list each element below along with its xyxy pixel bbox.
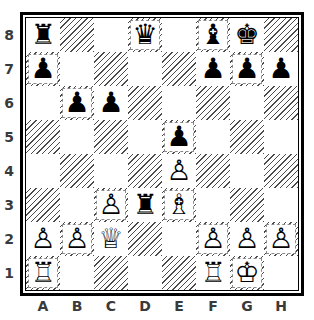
file-labels: ABCDEFGH (26, 298, 298, 314)
square-e8[interactable] (162, 18, 196, 52)
piece-white-queen: ♕ (98, 222, 123, 256)
piece-black-pawn: ♟ (234, 52, 259, 86)
rank-label: 2 (0, 222, 18, 256)
square-e6[interactable] (162, 86, 196, 120)
rank-label: 5 (0, 120, 18, 154)
rank-label: 8 (0, 18, 18, 52)
rank-label: 3 (0, 188, 18, 222)
square-c4[interactable] (94, 154, 128, 188)
square-b6[interactable]: ♟ (60, 86, 94, 120)
square-d7[interactable] (128, 52, 162, 86)
piece-black-king: ♚ (234, 18, 259, 52)
board-frame: ♜♛♝♚♟♟♟♟♟♟♟♙♙♜♗♙♙♕♙♙♙♖♖♔ (20, 12, 304, 296)
square-d3[interactable]: ♜ (128, 188, 162, 222)
piece-white-pawn: ♙ (234, 222, 259, 256)
piece-black-pawn: ♟ (166, 120, 191, 154)
square-d8[interactable]: ♛ (128, 18, 162, 52)
piece-black-pawn: ♟ (200, 52, 225, 86)
square-f6[interactable] (196, 86, 230, 120)
square-b1[interactable] (60, 256, 94, 290)
square-d1[interactable] (128, 256, 162, 290)
square-h8[interactable] (264, 18, 298, 52)
piece-white-rook: ♖ (200, 256, 225, 290)
piece-white-pawn: ♙ (98, 188, 123, 222)
square-b8[interactable] (60, 18, 94, 52)
piece-black-pawn: ♟ (98, 86, 123, 120)
square-h5[interactable] (264, 120, 298, 154)
square-b4[interactable] (60, 154, 94, 188)
square-c6[interactable]: ♟ (94, 86, 128, 120)
file-label: F (196, 298, 230, 314)
square-c3[interactable]: ♙ (94, 188, 128, 222)
piece-black-queen: ♛ (132, 18, 157, 52)
piece-white-pawn: ♙ (30, 222, 55, 256)
square-c8[interactable] (94, 18, 128, 52)
square-d6[interactable] (128, 86, 162, 120)
file-label: B (60, 298, 94, 314)
piece-black-rook: ♜ (30, 18, 55, 52)
square-a6[interactable] (26, 86, 60, 120)
square-c7[interactable] (94, 52, 128, 86)
square-b2[interactable]: ♙ (60, 222, 94, 256)
square-e5[interactable]: ♟ (162, 120, 196, 154)
file-label: A (26, 298, 60, 314)
square-f1[interactable]: ♖ (196, 256, 230, 290)
square-g6[interactable] (230, 86, 264, 120)
square-f2[interactable]: ♙ (196, 222, 230, 256)
square-c2[interactable]: ♕ (94, 222, 128, 256)
square-f4[interactable] (196, 154, 230, 188)
square-h2[interactable]: ♙ (264, 222, 298, 256)
square-d5[interactable] (128, 120, 162, 154)
piece-white-king: ♔ (234, 256, 259, 290)
square-c5[interactable] (94, 120, 128, 154)
square-d4[interactable] (128, 154, 162, 188)
piece-black-pawn: ♟ (30, 52, 55, 86)
file-label: G (230, 298, 264, 314)
piece-black-pawn: ♟ (64, 86, 89, 120)
square-f8[interactable]: ♝ (196, 18, 230, 52)
square-e2[interactable] (162, 222, 196, 256)
square-g8[interactable]: ♚ (230, 18, 264, 52)
square-a1[interactable]: ♖ (26, 256, 60, 290)
rank-label: 6 (0, 86, 18, 120)
square-g2[interactable]: ♙ (230, 222, 264, 256)
square-e7[interactable] (162, 52, 196, 86)
piece-white-pawn: ♙ (64, 222, 89, 256)
square-g7[interactable]: ♟ (230, 52, 264, 86)
square-b3[interactable] (60, 188, 94, 222)
square-e3[interactable]: ♗ (162, 188, 196, 222)
square-e1[interactable] (162, 256, 196, 290)
square-f5[interactable] (196, 120, 230, 154)
square-a2[interactable]: ♙ (26, 222, 60, 256)
chess-diagram: 87654321 ♜♛♝♚♟♟♟♟♟♟♟♙♙♜♗♙♙♕♙♙♙♖♖♔ ABCDEF… (0, 0, 314, 320)
square-h3[interactable] (264, 188, 298, 222)
square-b7[interactable] (60, 52, 94, 86)
square-d2[interactable] (128, 222, 162, 256)
square-f7[interactable]: ♟ (196, 52, 230, 86)
square-a3[interactable] (26, 188, 60, 222)
square-g1[interactable]: ♔ (230, 256, 264, 290)
square-g3[interactable] (230, 188, 264, 222)
piece-black-bishop: ♝ (200, 18, 225, 52)
rank-label: 4 (0, 154, 18, 188)
file-label: E (162, 298, 196, 314)
piece-black-rook: ♜ (132, 188, 157, 222)
file-label: H (264, 298, 298, 314)
piece-white-pawn: ♙ (200, 222, 225, 256)
piece-white-bishop: ♗ (166, 188, 191, 222)
file-label: D (128, 298, 162, 314)
rank-label: 1 (0, 256, 18, 290)
rank-labels: 87654321 (0, 18, 18, 290)
square-a7[interactable]: ♟ (26, 52, 60, 86)
chess-board: ♜♛♝♚♟♟♟♟♟♟♟♙♙♜♗♙♙♕♙♙♙♖♖♔ (25, 17, 299, 291)
piece-white-pawn: ♙ (268, 222, 293, 256)
piece-black-pawn: ♟ (268, 52, 293, 86)
square-g5[interactable] (230, 120, 264, 154)
rank-label: 7 (0, 52, 18, 86)
square-b5[interactable] (60, 120, 94, 154)
piece-white-rook: ♖ (30, 256, 55, 290)
square-c1[interactable] (94, 256, 128, 290)
square-h4[interactable] (264, 154, 298, 188)
square-a8[interactable]: ♜ (26, 18, 60, 52)
square-h7[interactable]: ♟ (264, 52, 298, 86)
square-h6[interactable] (264, 86, 298, 120)
square-f3[interactable] (196, 188, 230, 222)
square-e4[interactable]: ♙ (162, 154, 196, 188)
square-h1[interactable] (264, 256, 298, 290)
piece-white-pawn: ♙ (166, 154, 191, 188)
square-a5[interactable] (26, 120, 60, 154)
file-label: C (94, 298, 128, 314)
square-g4[interactable] (230, 154, 264, 188)
square-a4[interactable] (26, 154, 60, 188)
